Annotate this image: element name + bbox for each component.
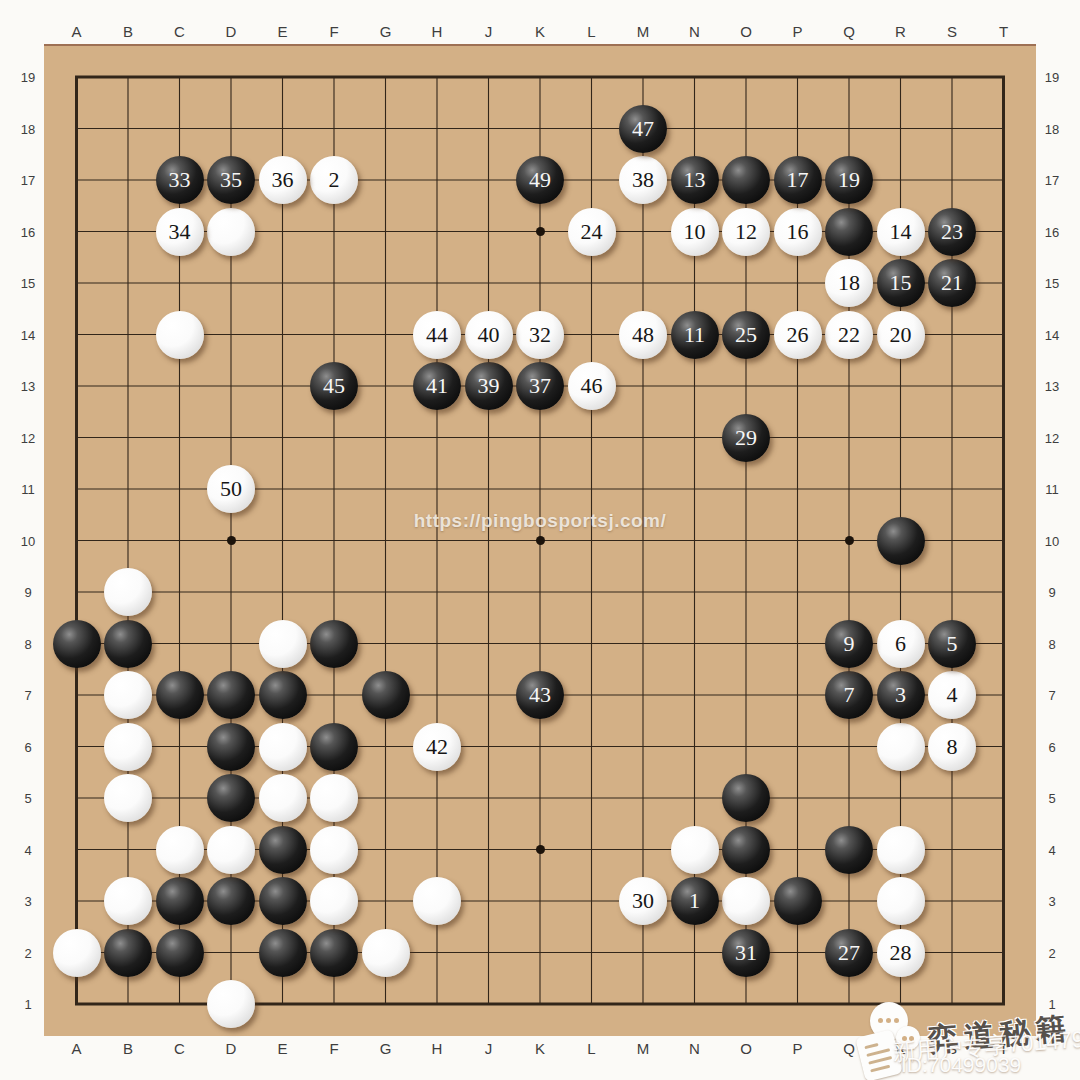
stone-black-S15-move-21: 21 <box>928 259 976 307</box>
row-label-left-10: 10 <box>21 534 35 547</box>
stone-black-C17-move-33: 33 <box>156 156 204 204</box>
stone-white-J14-move-40: 40 <box>465 311 513 359</box>
row-label-right-15: 15 <box>1045 277 1059 290</box>
stone-white-N16-move-10: 10 <box>671 208 719 256</box>
move-number: 37 <box>529 375 551 397</box>
row-label-left-8: 8 <box>24 637 31 650</box>
col-label-top-E: E <box>277 24 287 39</box>
move-number: 11 <box>684 324 705 346</box>
row-label-right-13: 13 <box>1045 380 1059 393</box>
stone-white-F3 <box>310 877 358 925</box>
stone-black-D7 <box>207 671 255 719</box>
stone-black-P3 <box>774 877 822 925</box>
stone-black-J13-move-39: 39 <box>465 362 513 410</box>
row-label-right-8: 8 <box>1048 637 1055 650</box>
row-label-left-12: 12 <box>21 431 35 444</box>
col-label-bottom-F: F <box>329 1041 338 1056</box>
row-label-right-10: 10 <box>1045 534 1059 547</box>
stone-black-K17-move-49: 49 <box>516 156 564 204</box>
col-label-bottom-Q: Q <box>843 1041 855 1056</box>
stone-black-O12-move-29: 29 <box>722 414 770 462</box>
stone-white-S7-move-4: 4 <box>928 671 976 719</box>
col-label-top-N: N <box>689 24 700 39</box>
move-number: 26 <box>787 324 809 346</box>
stone-white-L13-move-46: 46 <box>568 362 616 410</box>
move-number: 48 <box>632 324 654 346</box>
stone-black-B8 <box>104 620 152 668</box>
move-number: 17 <box>787 169 809 191</box>
stone-white-B7 <box>104 671 152 719</box>
stone-black-E4 <box>259 826 307 874</box>
move-number: 22 <box>838 324 860 346</box>
col-label-top-J: J <box>485 24 493 39</box>
stone-black-Q8-move-9: 9 <box>825 620 873 668</box>
stone-white-B6 <box>104 723 152 771</box>
stone-white-E5 <box>259 774 307 822</box>
row-label-left-9: 9 <box>24 586 31 599</box>
move-number: 34 <box>169 221 191 243</box>
stone-black-R10 <box>877 517 925 565</box>
stone-white-C14 <box>156 311 204 359</box>
stone-white-R6 <box>877 723 925 771</box>
col-label-bottom-N: N <box>689 1041 700 1056</box>
stone-black-O4 <box>722 826 770 874</box>
row-label-left-15: 15 <box>21 277 35 290</box>
stone-black-Q16 <box>825 208 873 256</box>
row-label-left-5: 5 <box>24 792 31 805</box>
col-label-top-P: P <box>792 24 802 39</box>
row-label-left-18: 18 <box>21 122 35 135</box>
stone-white-H6-move-42: 42 <box>413 723 461 771</box>
move-number: 9 <box>844 633 855 655</box>
move-number: 25 <box>735 324 757 346</box>
row-label-right-14: 14 <box>1045 328 1059 341</box>
stone-black-D6 <box>207 723 255 771</box>
stone-white-D4 <box>207 826 255 874</box>
stone-white-D1 <box>207 980 255 1028</box>
row-label-right-16: 16 <box>1045 225 1059 238</box>
stone-black-F13-move-45: 45 <box>310 362 358 410</box>
row-label-right-11: 11 <box>1045 483 1059 496</box>
row-label-right-9: 9 <box>1048 586 1055 599</box>
stones-layer: 1234567891011121314151617181920212223242… <box>51 51 1030 1030</box>
row-label-right-3: 3 <box>1048 895 1055 908</box>
row-label-right-5: 5 <box>1048 792 1055 805</box>
move-number: 46 <box>581 375 603 397</box>
go-diagram: 1234567891011121314151617181920212223242… <box>0 0 1080 1080</box>
move-number: 27 <box>838 942 860 964</box>
move-number: 41 <box>426 375 448 397</box>
stone-black-Q17-move-19: 19 <box>825 156 873 204</box>
move-number: 30 <box>632 890 654 912</box>
row-label-left-4: 4 <box>24 843 31 856</box>
col-label-bottom-J: J <box>485 1041 493 1056</box>
col-label-bottom-D: D <box>226 1041 237 1056</box>
col-label-top-C: C <box>174 24 185 39</box>
stone-black-M18-move-47: 47 <box>619 105 667 153</box>
col-label-bottom-O: O <box>740 1041 752 1056</box>
stone-white-R3 <box>877 877 925 925</box>
stone-white-A2 <box>53 929 101 977</box>
stone-white-M17-move-38: 38 <box>619 156 667 204</box>
stone-white-M14-move-48: 48 <box>619 311 667 359</box>
col-label-bottom-E: E <box>277 1041 287 1056</box>
row-label-left-11: 11 <box>21 483 35 496</box>
stone-white-Q14-move-22: 22 <box>825 311 873 359</box>
move-number: 24 <box>581 221 603 243</box>
col-label-bottom-A: A <box>71 1041 81 1056</box>
stone-white-R4 <box>877 826 925 874</box>
stone-black-R15-move-15: 15 <box>877 259 925 307</box>
row-label-left-2: 2 <box>24 946 31 959</box>
col-label-top-D: D <box>226 24 237 39</box>
move-number: 13 <box>684 169 706 191</box>
stone-white-P14-move-26: 26 <box>774 311 822 359</box>
stone-black-A8 <box>53 620 101 668</box>
stone-black-D17-move-35: 35 <box>207 156 255 204</box>
move-number: 10 <box>684 221 706 243</box>
row-label-left-3: 3 <box>24 895 31 908</box>
row-label-right-6: 6 <box>1048 740 1055 753</box>
stone-white-H3 <box>413 877 461 925</box>
row-label-left-6: 6 <box>24 740 31 753</box>
col-label-top-F: F <box>329 24 338 39</box>
move-number: 16 <box>787 221 809 243</box>
stone-white-F17-move-2: 2 <box>310 156 358 204</box>
move-number: 21 <box>941 272 963 294</box>
row-label-right-4: 4 <box>1048 843 1055 856</box>
move-number: 7 <box>844 684 855 706</box>
col-label-bottom-C: C <box>174 1041 185 1056</box>
stone-white-R8-move-6: 6 <box>877 620 925 668</box>
stone-black-Q2-move-27: 27 <box>825 929 873 977</box>
move-number: 31 <box>735 942 757 964</box>
row-label-left-14: 14 <box>21 328 35 341</box>
col-label-bottom-L: L <box>587 1041 595 1056</box>
stone-black-K7-move-43: 43 <box>516 671 564 719</box>
stone-white-O16-move-12: 12 <box>722 208 770 256</box>
stone-white-P16-move-16: 16 <box>774 208 822 256</box>
stone-white-C4 <box>156 826 204 874</box>
row-label-left-7: 7 <box>24 689 31 702</box>
stone-white-M3-move-30: 30 <box>619 877 667 925</box>
move-number: 45 <box>323 375 345 397</box>
col-label-top-Q: Q <box>843 24 855 39</box>
col-label-top-A: A <box>71 24 81 39</box>
stone-black-N3-move-1: 1 <box>671 877 719 925</box>
stone-black-F6 <box>310 723 358 771</box>
stone-black-G7 <box>362 671 410 719</box>
col-label-top-S: S <box>947 24 957 39</box>
col-label-bottom-M: M <box>637 1041 650 1056</box>
move-number: 5 <box>947 633 958 655</box>
stone-white-F4 <box>310 826 358 874</box>
row-label-right-2: 2 <box>1048 946 1055 959</box>
row-label-left-16: 16 <box>21 225 35 238</box>
col-label-top-M: M <box>637 24 650 39</box>
move-number: 2 <box>329 169 340 191</box>
move-number: 15 <box>890 272 912 294</box>
stone-black-O17 <box>722 156 770 204</box>
row-label-left-13: 13 <box>21 380 35 393</box>
move-number: 4 <box>947 684 958 706</box>
stone-black-S8-move-5: 5 <box>928 620 976 668</box>
stone-black-C3 <box>156 877 204 925</box>
move-number: 38 <box>632 169 654 191</box>
stone-black-Q7-move-7: 7 <box>825 671 873 719</box>
move-number: 40 <box>478 324 500 346</box>
stone-white-S6-move-8: 8 <box>928 723 976 771</box>
stone-white-D16 <box>207 208 255 256</box>
row-label-right-18: 18 <box>1045 122 1059 135</box>
move-number: 32 <box>529 324 551 346</box>
move-number: 33 <box>169 169 191 191</box>
row-label-left-1: 1 <box>24 998 31 1011</box>
stone-white-F5 <box>310 774 358 822</box>
col-label-bottom-P: P <box>792 1041 802 1056</box>
move-number: 43 <box>529 684 551 706</box>
col-label-bottom-K: K <box>535 1041 545 1056</box>
stone-black-Q4 <box>825 826 873 874</box>
stone-black-N14-move-11: 11 <box>671 311 719 359</box>
move-number: 50 <box>220 478 242 500</box>
stone-black-R7-move-3: 3 <box>877 671 925 719</box>
move-number: 35 <box>220 169 242 191</box>
move-number: 47 <box>632 118 654 140</box>
move-number: 23 <box>941 221 963 243</box>
id-watermark: ID:70499039 <box>901 1053 1021 1077</box>
col-label-bottom-G: G <box>380 1041 392 1056</box>
stone-white-B3 <box>104 877 152 925</box>
stone-black-B2 <box>104 929 152 977</box>
board-edge-shadow <box>44 44 1036 46</box>
stone-black-S16-move-23: 23 <box>928 208 976 256</box>
move-number: 28 <box>890 942 912 964</box>
move-number: 3 <box>895 684 906 706</box>
move-number: 19 <box>838 169 860 191</box>
stone-white-E17-move-36: 36 <box>259 156 307 204</box>
stone-black-D5 <box>207 774 255 822</box>
stone-white-O3 <box>722 877 770 925</box>
col-label-bottom-B: B <box>123 1041 133 1056</box>
col-label-top-R: R <box>895 24 906 39</box>
stone-white-G2 <box>362 929 410 977</box>
move-number: 8 <box>947 736 958 758</box>
col-label-top-T: T <box>999 24 1008 39</box>
stone-white-N4 <box>671 826 719 874</box>
stone-white-K14-move-32: 32 <box>516 311 564 359</box>
stone-white-B9 <box>104 568 152 616</box>
row-label-right-7: 7 <box>1048 689 1055 702</box>
stone-black-N17-move-13: 13 <box>671 156 719 204</box>
col-label-top-K: K <box>535 24 545 39</box>
row-label-right-17: 17 <box>1045 174 1059 187</box>
stone-black-E3 <box>259 877 307 925</box>
row-label-right-12: 12 <box>1045 431 1059 444</box>
stone-black-C2 <box>156 929 204 977</box>
row-label-left-17: 17 <box>21 174 35 187</box>
stone-black-O5 <box>722 774 770 822</box>
stone-white-R2-move-28: 28 <box>877 929 925 977</box>
stone-black-C7 <box>156 671 204 719</box>
col-label-top-G: G <box>380 24 392 39</box>
stone-black-E7 <box>259 671 307 719</box>
stone-black-D3 <box>207 877 255 925</box>
col-label-top-O: O <box>740 24 752 39</box>
move-number: 42 <box>426 736 448 758</box>
col-label-bottom-H: H <box>432 1041 443 1056</box>
stone-white-R16-move-14: 14 <box>877 208 925 256</box>
stone-black-O14-move-25: 25 <box>722 311 770 359</box>
col-label-top-B: B <box>123 24 133 39</box>
stone-white-D11-move-50: 50 <box>207 465 255 513</box>
row-label-right-19: 19 <box>1045 71 1059 84</box>
stone-white-Q15-move-18: 18 <box>825 259 873 307</box>
move-number: 20 <box>890 324 912 346</box>
stone-black-F8 <box>310 620 358 668</box>
row-label-left-19: 19 <box>21 71 35 84</box>
move-number: 14 <box>890 221 912 243</box>
move-number: 39 <box>478 375 500 397</box>
move-number: 1 <box>689 890 700 912</box>
stone-white-R14-move-20: 20 <box>877 311 925 359</box>
move-number: 36 <box>272 169 294 191</box>
stone-black-K13-move-37: 37 <box>516 362 564 410</box>
stone-black-F2 <box>310 929 358 977</box>
stone-white-H14-move-44: 44 <box>413 311 461 359</box>
stone-white-B5 <box>104 774 152 822</box>
move-number: 18 <box>838 272 860 294</box>
center-watermark: https://pingbosportsj.com/ <box>414 510 667 532</box>
stone-white-E6 <box>259 723 307 771</box>
stone-white-E8 <box>259 620 307 668</box>
stone-black-E2 <box>259 929 307 977</box>
move-number: 12 <box>735 221 757 243</box>
stone-black-H13-move-41: 41 <box>413 362 461 410</box>
stone-black-O2-move-31: 31 <box>722 929 770 977</box>
stone-white-L16-move-24: 24 <box>568 208 616 256</box>
move-number: 29 <box>735 427 757 449</box>
move-number: 49 <box>529 169 551 191</box>
col-label-top-L: L <box>587 24 595 39</box>
stone-black-P17-move-17: 17 <box>774 156 822 204</box>
col-label-top-H: H <box>432 24 443 39</box>
move-number: 6 <box>895 633 906 655</box>
move-number: 44 <box>426 324 448 346</box>
stone-white-C16-move-34: 34 <box>156 208 204 256</box>
